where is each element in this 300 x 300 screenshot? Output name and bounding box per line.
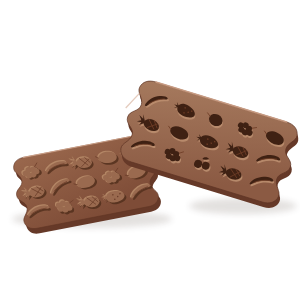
- product-photo: [0, 0, 300, 300]
- embossed-brand-strip: [126, 90, 140, 110]
- chocolate-molds-scene: [0, 0, 300, 300]
